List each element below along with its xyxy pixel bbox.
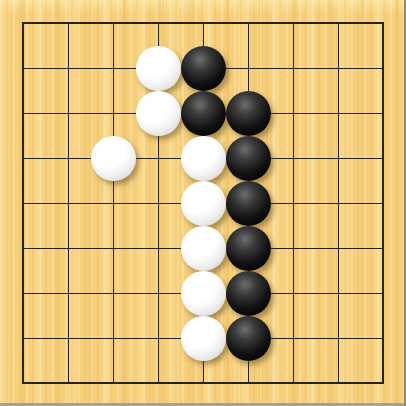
intersection-c6-r1[interactable] [226, 1, 271, 46]
intersection-c4-r5[interactable] [136, 181, 181, 226]
intersection-c9-r5[interactable] [361, 181, 406, 226]
intersection-c6-r6[interactable] [226, 226, 271, 271]
intersection-c6-r9[interactable] [226, 361, 271, 406]
intersection-c6-r5[interactable] [226, 181, 271, 226]
intersection-c3-r7[interactable] [91, 271, 136, 316]
intersection-c2-r1[interactable] [46, 1, 91, 46]
white-stone [181, 181, 226, 226]
intersection-c3-r3[interactable] [91, 91, 136, 136]
intersection-c4-r7[interactable] [136, 271, 181, 316]
intersection-c9-r6[interactable] [361, 226, 406, 271]
intersection-c7-r3[interactable] [271, 91, 316, 136]
intersection-c5-r3[interactable] [181, 91, 226, 136]
intersection-c8-r9[interactable] [316, 361, 361, 406]
intersection-c3-r9[interactable] [91, 361, 136, 406]
intersection-c8-r3[interactable] [316, 91, 361, 136]
intersection-c8-r1[interactable] [316, 1, 361, 46]
intersection-c8-r8[interactable] [316, 316, 361, 361]
intersection-c3-r5[interactable] [91, 181, 136, 226]
intersection-c6-r3[interactable] [226, 91, 271, 136]
intersection-c7-r7[interactable] [271, 271, 316, 316]
intersection-c1-r4[interactable] [1, 136, 46, 181]
intersection-c4-r2[interactable] [136, 46, 181, 91]
intersection-c8-r7[interactable] [316, 271, 361, 316]
intersection-c9-r4[interactable] [361, 136, 406, 181]
intersection-c3-r6[interactable] [91, 226, 136, 271]
black-stone [226, 136, 271, 181]
intersection-c5-r5[interactable] [181, 181, 226, 226]
intersection-c3-r2[interactable] [91, 46, 136, 91]
intersection-c5-r2[interactable] [181, 46, 226, 91]
board-intersections [1, 1, 406, 406]
intersection-c3-r8[interactable] [91, 316, 136, 361]
intersection-c5-r8[interactable] [181, 316, 226, 361]
intersection-c2-r8[interactable] [46, 316, 91, 361]
white-stone [136, 46, 181, 91]
intersection-c5-r9[interactable] [181, 361, 226, 406]
intersection-c1-r9[interactable] [1, 361, 46, 406]
intersection-c7-r9[interactable] [271, 361, 316, 406]
intersection-c7-r4[interactable] [271, 136, 316, 181]
intersection-c9-r9[interactable] [361, 361, 406, 406]
intersection-c7-r8[interactable] [271, 316, 316, 361]
intersection-c4-r8[interactable] [136, 316, 181, 361]
intersection-c8-r4[interactable] [316, 136, 361, 181]
intersection-c9-r3[interactable] [361, 91, 406, 136]
intersection-c9-r2[interactable] [361, 46, 406, 91]
go-board [0, 0, 406, 406]
intersection-c6-r7[interactable] [226, 271, 271, 316]
intersection-c9-r7[interactable] [361, 271, 406, 316]
intersection-c4-r9[interactable] [136, 361, 181, 406]
intersection-c2-r7[interactable] [46, 271, 91, 316]
intersection-c1-r8[interactable] [1, 316, 46, 361]
black-stone [226, 316, 271, 361]
intersection-c4-r6[interactable] [136, 226, 181, 271]
intersection-c6-r4[interactable] [226, 136, 271, 181]
intersection-c2-r2[interactable] [46, 46, 91, 91]
intersection-c1-r6[interactable] [1, 226, 46, 271]
intersection-c2-r6[interactable] [46, 226, 91, 271]
intersection-c3-r1[interactable] [91, 1, 136, 46]
intersection-c2-r9[interactable] [46, 361, 91, 406]
intersection-c5-r4[interactable] [181, 136, 226, 181]
intersection-c2-r5[interactable] [46, 181, 91, 226]
intersection-c6-r2[interactable] [226, 46, 271, 91]
intersection-c4-r4[interactable] [136, 136, 181, 181]
white-stone [136, 91, 181, 136]
black-stone [226, 91, 271, 136]
intersection-c8-r2[interactable] [316, 46, 361, 91]
black-stone [181, 91, 226, 136]
black-stone [226, 181, 271, 226]
white-stone [181, 226, 226, 271]
intersection-c3-r4[interactable] [91, 136, 136, 181]
black-stone [181, 46, 226, 91]
white-stone [181, 316, 226, 361]
intersection-c1-r5[interactable] [1, 181, 46, 226]
white-stone [181, 136, 226, 181]
intersection-c4-r1[interactable] [136, 1, 181, 46]
intersection-c1-r2[interactable] [1, 46, 46, 91]
intersection-c5-r1[interactable] [181, 1, 226, 46]
intersection-c7-r5[interactable] [271, 181, 316, 226]
intersection-c5-r7[interactable] [181, 271, 226, 316]
intersection-c8-r6[interactable] [316, 226, 361, 271]
intersection-c9-r1[interactable] [361, 1, 406, 46]
white-stone [181, 271, 226, 316]
intersection-c7-r1[interactable] [271, 1, 316, 46]
black-stone [226, 271, 271, 316]
intersection-c1-r1[interactable] [1, 1, 46, 46]
intersection-c4-r3[interactable] [136, 91, 181, 136]
intersection-c2-r4[interactable] [46, 136, 91, 181]
intersection-c8-r5[interactable] [316, 181, 361, 226]
intersection-c5-r6[interactable] [181, 226, 226, 271]
intersection-c6-r8[interactable] [226, 316, 271, 361]
intersection-c7-r6[interactable] [271, 226, 316, 271]
intersection-c9-r8[interactable] [361, 316, 406, 361]
black-stone [226, 226, 271, 271]
intersection-c1-r3[interactable] [1, 91, 46, 136]
intersection-c1-r7[interactable] [1, 271, 46, 316]
intersection-c7-r2[interactable] [271, 46, 316, 91]
intersection-c2-r3[interactable] [46, 91, 91, 136]
white-stone [91, 136, 136, 181]
